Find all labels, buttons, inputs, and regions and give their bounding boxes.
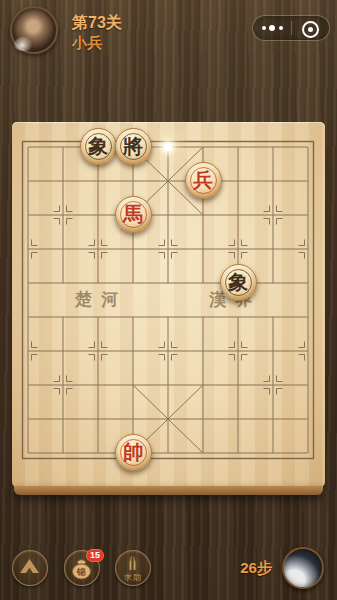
dot-icon — [262, 26, 266, 30]
piece-black-將[interactable]: 將 — [115, 128, 152, 165]
help-button-label: 求助 — [116, 572, 150, 583]
last-move-highlight — [164, 143, 172, 151]
river-label-left: 楚河 — [68, 289, 134, 311]
target-circle-icon — [302, 21, 319, 38]
level-title: 第73关 — [72, 13, 122, 34]
app-screen: 第73关 小兵 楚河 漢界 象將兵馬象帥 锦 15 — [0, 0, 337, 600]
hint-badge: 15 — [86, 549, 104, 562]
praying-hands-icon — [116, 553, 149, 573]
wechat-capsule — [252, 15, 330, 41]
more-menu-button[interactable] — [253, 16, 292, 40]
chevron-up-icon — [13, 551, 46, 584]
board-edge-bevel — [14, 486, 323, 495]
opponent-avatar[interactable] — [282, 547, 324, 589]
dot-icon — [279, 26, 283, 30]
dot-icon — [269, 25, 275, 31]
piece-black-象[interactable]: 象 — [80, 128, 117, 165]
level-rank-label: 小兵 — [72, 34, 102, 53]
help-button[interactable]: 求助 — [115, 550, 151, 586]
piece-red-兵[interactable]: 兵 — [185, 162, 222, 199]
close-circle-button[interactable] — [290, 16, 329, 40]
xiangqi-board[interactable] — [12, 122, 325, 487]
menu-button[interactable] — [12, 550, 48, 586]
piece-red-馬[interactable]: 馬 — [115, 196, 152, 233]
svg-text:锦: 锦 — [76, 567, 86, 577]
step-counter: 26步 — [232, 559, 280, 578]
player-avatar[interactable] — [10, 6, 58, 54]
piece-red-帥[interactable]: 帥 — [115, 434, 152, 471]
piece-black-象[interactable]: 象 — [220, 264, 257, 301]
